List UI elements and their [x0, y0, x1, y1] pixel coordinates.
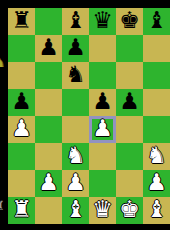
chess-board[interactable]: ♜♝♛♚♝♟♟♞♟♟♟♟♟♞♞♟♟♟♜♝♛♚♝: [8, 8, 170, 224]
square-f4[interactable]: [143, 116, 170, 143]
square-e7[interactable]: [116, 35, 143, 62]
square-d8[interactable]: ♛: [89, 8, 116, 35]
square-f5[interactable]: [143, 89, 170, 116]
white-queen-piece: ♛: [92, 197, 113, 223]
black-pawn-piece: ♟: [92, 89, 113, 115]
black-rook-piece: ♜: [11, 8, 32, 34]
square-f2[interactable]: ♟: [143, 170, 170, 197]
square-c2[interactable]: ♟: [62, 170, 89, 197]
square-a3[interactable]: [8, 143, 35, 170]
square-d7[interactable]: [89, 35, 116, 62]
white-pawn-piece: ♟: [146, 170, 167, 196]
square-c5[interactable]: [62, 89, 89, 116]
square-f8[interactable]: ♝: [143, 8, 170, 35]
square-b3[interactable]: [35, 143, 62, 170]
square-d6[interactable]: [89, 62, 116, 89]
square-f7[interactable]: [143, 35, 170, 62]
square-f6[interactable]: [143, 62, 170, 89]
square-e4[interactable]: [116, 116, 143, 143]
cropped-piece-artifact-icon: ♞: [0, 56, 6, 71]
square-a2[interactable]: [8, 170, 35, 197]
square-a8[interactable]: ♜: [8, 8, 35, 35]
black-bishop-piece: ♝: [146, 8, 167, 34]
square-a6[interactable]: [8, 62, 35, 89]
white-bishop-piece: ♝: [146, 197, 167, 223]
white-rook-piece: ♜: [11, 197, 32, 223]
square-e5[interactable]: ♟: [116, 89, 143, 116]
square-b7[interactable]: ♟: [35, 35, 62, 62]
black-knight-piece: ♞: [65, 62, 86, 88]
black-pawn-piece: ♟: [11, 89, 32, 115]
square-b6[interactable]: [35, 62, 62, 89]
white-pawn-piece: ♟: [92, 116, 113, 142]
white-pawn-piece: ♟: [11, 116, 32, 142]
black-pawn-piece: ♟: [65, 35, 86, 61]
square-f1[interactable]: ♝: [143, 197, 170, 224]
white-knight-piece: ♞: [65, 143, 86, 169]
square-f3[interactable]: ♞: [143, 143, 170, 170]
white-bishop-piece: ♝: [65, 197, 86, 223]
square-e3[interactable]: [116, 143, 143, 170]
square-a1[interactable]: ♜: [8, 197, 35, 224]
square-a4[interactable]: ♟: [8, 116, 35, 143]
white-pawn-piece: ♟: [65, 170, 86, 196]
square-c7[interactable]: ♟: [62, 35, 89, 62]
black-pawn-piece: ♟: [119, 89, 140, 115]
chess-app-window: { "game": "chess", "board": { "visible_f…: [0, 0, 170, 230]
square-a5[interactable]: ♟: [8, 89, 35, 116]
white-knight-piece: ♞: [146, 143, 167, 169]
square-e8[interactable]: ♚: [116, 8, 143, 35]
square-e6[interactable]: [116, 62, 143, 89]
square-c8[interactable]: ♝: [62, 8, 89, 35]
square-d4[interactable]: ♟: [89, 116, 116, 143]
square-b5[interactable]: [35, 89, 62, 116]
square-d5[interactable]: ♟: [89, 89, 116, 116]
square-e1[interactable]: ♚: [116, 197, 143, 224]
square-b2[interactable]: ♟: [35, 170, 62, 197]
square-b1[interactable]: [35, 197, 62, 224]
square-e2[interactable]: [116, 170, 143, 197]
square-b8[interactable]: [35, 8, 62, 35]
white-pawn-piece: ♟: [38, 170, 59, 196]
square-a7[interactable]: [8, 35, 35, 62]
cropped-piece-artifact-icon: ♜: [0, 199, 4, 212]
black-king-piece: ♚: [119, 8, 140, 34]
square-c3[interactable]: ♞: [62, 143, 89, 170]
square-d1[interactable]: ♛: [89, 197, 116, 224]
square-b4[interactable]: [35, 116, 62, 143]
black-bishop-piece: ♝: [65, 8, 86, 34]
square-c4[interactable]: [62, 116, 89, 143]
square-d2[interactable]: [89, 170, 116, 197]
black-queen-piece: ♛: [92, 8, 113, 34]
square-d3[interactable]: [89, 143, 116, 170]
black-pawn-piece: ♟: [38, 35, 59, 61]
square-c6[interactable]: ♞: [62, 62, 89, 89]
square-c1[interactable]: ♝: [62, 197, 89, 224]
white-king-piece: ♚: [119, 197, 140, 223]
